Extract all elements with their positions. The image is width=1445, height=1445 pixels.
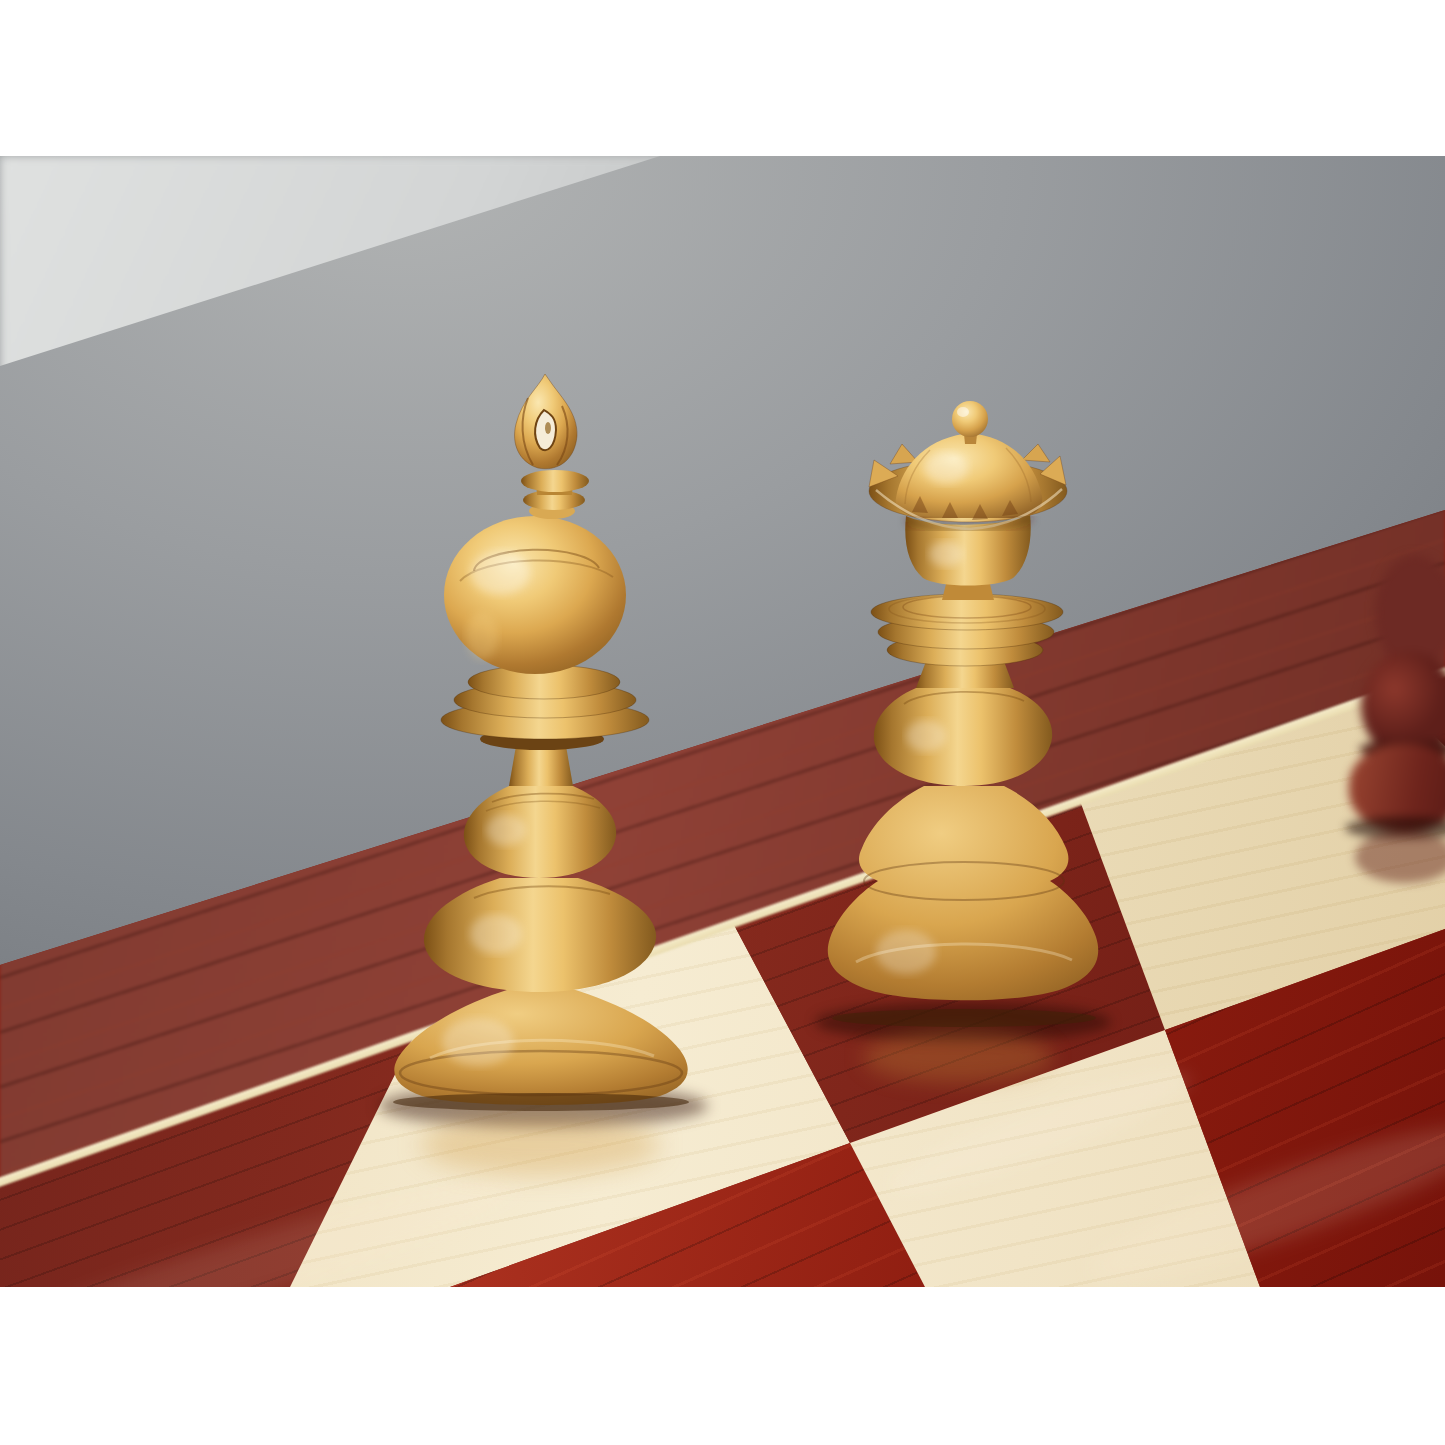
white-matte-top xyxy=(0,0,1445,156)
queen-flare-rings xyxy=(871,594,1063,666)
white-matte-bottom xyxy=(0,1287,1445,1445)
white-king-piece xyxy=(370,368,710,1113)
white-queen-piece xyxy=(810,392,1130,1052)
king-upper-bulb xyxy=(464,786,616,878)
blurred-rosewood-piece-partial xyxy=(1353,555,1445,895)
backdrop-felt xyxy=(0,156,1445,1287)
king-finial-pedestal xyxy=(521,470,589,519)
king-waist xyxy=(509,746,573,786)
queen-bulb xyxy=(874,688,1052,786)
king-ball xyxy=(444,516,626,674)
dark-piece-reflection xyxy=(1355,831,1445,883)
king-flame-finial xyxy=(515,374,578,469)
king-collar-discs xyxy=(441,665,649,739)
queen-base xyxy=(828,786,1098,1027)
photo-of-chess-pieces xyxy=(0,0,1445,1445)
king-lower-bulb xyxy=(424,878,656,992)
king-reflection xyxy=(420,1115,660,1175)
wall-shadow-wedge xyxy=(0,156,700,396)
queen-stem xyxy=(942,584,994,600)
king-base xyxy=(393,988,689,1111)
